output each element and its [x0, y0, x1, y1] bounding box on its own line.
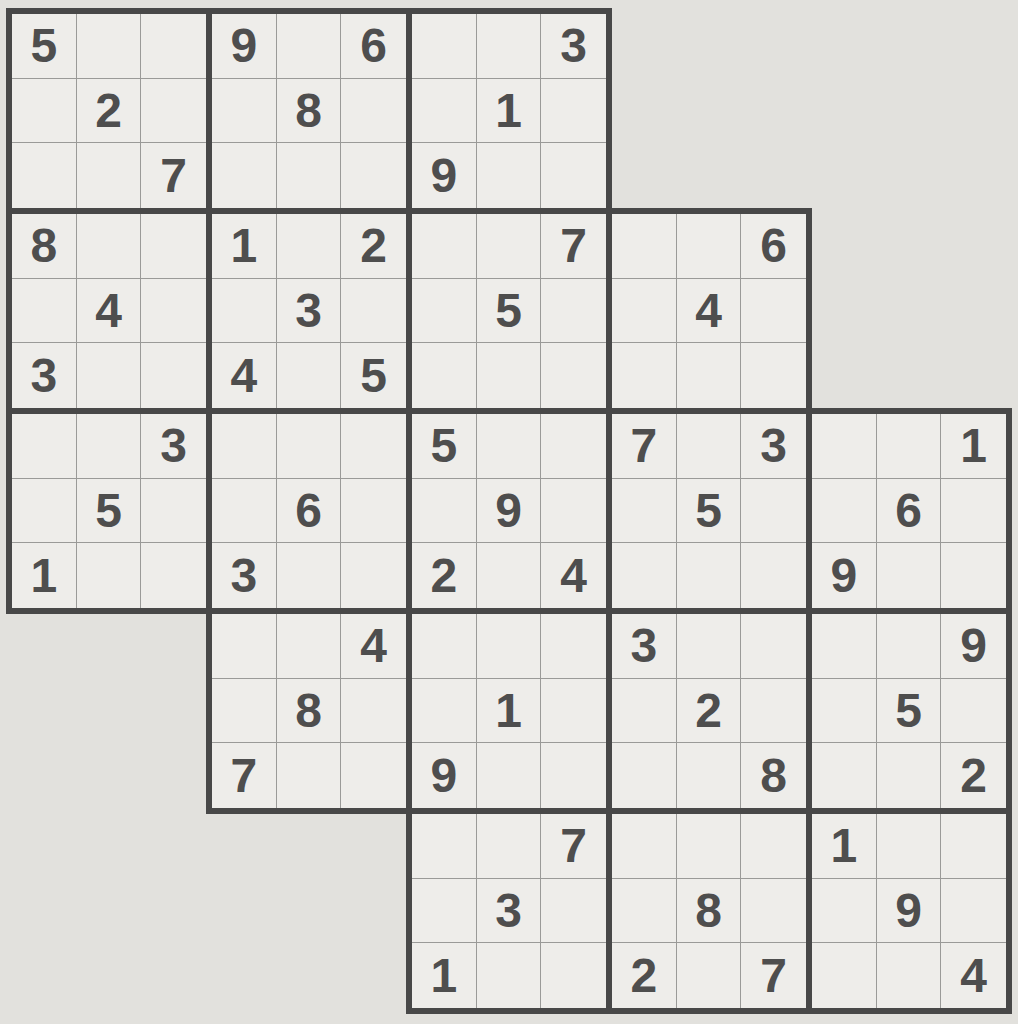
cell-r10c4-given: 8 [277, 679, 342, 744]
cell-r10c10-given: 2 [677, 679, 742, 744]
box-r2c2: 5924 [406, 408, 612, 614]
cell-r6c7[interactable] [477, 414, 542, 479]
cell-r4c6[interactable] [412, 279, 477, 344]
cell-r8c14[interactable] [941, 543, 1006, 608]
cell-r3c7[interactable] [477, 214, 542, 279]
cell-r4c8[interactable] [541, 279, 606, 344]
cell-r3c11-given: 6 [741, 214, 806, 279]
cell-r9c8[interactable] [541, 614, 606, 679]
cell-r1c8[interactable] [541, 79, 606, 144]
cell-r12c12-given: 1 [812, 814, 877, 879]
box-r1c0: 843 [6, 208, 212, 414]
cell-r11c8[interactable] [541, 743, 606, 808]
cell-r6c4[interactable] [277, 414, 342, 479]
cell-r14c12[interactable] [812, 943, 877, 1008]
box-r4c2: 731 [406, 808, 612, 1014]
cell-r2c2-given: 7 [141, 143, 206, 208]
cell-r3c5-given: 2 [341, 214, 406, 279]
cell-r14c14-given: 4 [941, 943, 1006, 1008]
cell-r6c13[interactable] [877, 414, 942, 479]
cell-r10c12[interactable] [812, 679, 877, 744]
cell-r4c5[interactable] [341, 279, 406, 344]
cell-r13c7-given: 3 [477, 879, 542, 944]
cell-r14c9-given: 2 [612, 943, 677, 1008]
cell-r14c11-given: 7 [741, 943, 806, 1008]
cell-r3c3-given: 1 [212, 214, 277, 279]
box-r3c4: 952 [806, 608, 1012, 814]
cell-r11c12[interactable] [812, 743, 877, 808]
cell-r4c11[interactable] [741, 279, 806, 344]
cell-r11c11-given: 8 [741, 743, 806, 808]
box-r0c2: 319 [406, 8, 612, 214]
cell-r10c9[interactable] [612, 679, 677, 744]
cell-r1c0[interactable] [12, 79, 77, 144]
cell-r3c2[interactable] [141, 214, 206, 279]
cell-r10c3[interactable] [212, 679, 277, 744]
cell-r1c1-given: 2 [77, 79, 142, 144]
cell-r7c4-given: 6 [277, 479, 342, 544]
cell-r2c6-given: 9 [412, 143, 477, 208]
box-r4c4: 194 [806, 808, 1012, 1014]
cell-r6c9-given: 7 [612, 414, 677, 479]
cell-r11c10[interactable] [677, 743, 742, 808]
cell-r3c8-given: 7 [541, 214, 606, 279]
cell-r14c6-given: 1 [412, 943, 477, 1008]
cell-r7c7-given: 9 [477, 479, 542, 544]
cell-r13c11[interactable] [741, 879, 806, 944]
cell-r9c14-given: 9 [941, 614, 1006, 679]
cell-r2c4[interactable] [277, 143, 342, 208]
cell-r11c6-given: 9 [412, 743, 477, 808]
cell-r7c0[interactable] [12, 479, 77, 544]
cell-r8c10[interactable] [677, 543, 742, 608]
cell-r4c9[interactable] [612, 279, 677, 344]
box-r0c0: 527 [6, 8, 212, 214]
box-r3c1: 487 [206, 608, 412, 814]
cell-r10c11[interactable] [741, 679, 806, 744]
cell-r4c4-given: 3 [277, 279, 342, 344]
cell-r7c9[interactable] [612, 479, 677, 544]
cell-r0c3-given: 9 [212, 14, 277, 79]
cell-r6c11-given: 3 [741, 414, 806, 479]
cell-r14c8[interactable] [541, 943, 606, 1008]
cell-r1c3[interactable] [212, 79, 277, 144]
cell-r5c10[interactable] [677, 343, 742, 408]
cell-r10c8[interactable] [541, 679, 606, 744]
box-r3c3: 328 [606, 608, 812, 814]
box-r2c0: 351 [6, 408, 212, 614]
cell-r6c2-given: 3 [141, 414, 206, 479]
cell-r5c1[interactable] [77, 343, 142, 408]
cell-r11c7[interactable] [477, 743, 542, 808]
box-r1c3: 64 [606, 208, 812, 414]
cell-r4c2[interactable] [141, 279, 206, 344]
box-r2c4: 169 [806, 408, 1012, 614]
cell-r2c8[interactable] [541, 143, 606, 208]
box-r1c2: 75 [406, 208, 612, 414]
cell-r5c8[interactable] [541, 343, 606, 408]
cell-r13c12[interactable] [812, 879, 877, 944]
box-r1c1: 12345 [206, 208, 412, 414]
cell-r0c5-given: 6 [341, 14, 406, 79]
cell-r13c10-given: 8 [677, 879, 742, 944]
cell-r0c0-given: 5 [12, 14, 77, 79]
cell-r9c6[interactable] [412, 614, 477, 679]
cell-r12c13[interactable] [877, 814, 942, 879]
cell-r11c5[interactable] [341, 743, 406, 808]
cell-r2c0[interactable] [12, 143, 77, 208]
cell-r12c10[interactable] [677, 814, 742, 879]
cell-r13c13-given: 9 [877, 879, 942, 944]
cell-r12c9[interactable] [612, 814, 677, 879]
cell-r5c2[interactable] [141, 343, 206, 408]
cell-r14c13[interactable] [877, 943, 942, 1008]
cell-r0c6[interactable] [412, 14, 477, 79]
cell-r7c3[interactable] [212, 479, 277, 544]
cell-r5c5-given: 5 [341, 343, 406, 408]
cell-r8c9[interactable] [612, 543, 677, 608]
cell-r7c12[interactable] [812, 479, 877, 544]
cell-r10c14[interactable] [941, 679, 1006, 744]
cell-r11c4[interactable] [277, 743, 342, 808]
cell-r3c10[interactable] [677, 214, 742, 279]
cell-r2c7[interactable] [477, 143, 542, 208]
cell-r6c6-given: 5 [412, 414, 477, 479]
cell-r7c2[interactable] [141, 479, 206, 544]
cell-r9c5-given: 4 [341, 614, 406, 679]
cell-r4c1-given: 4 [77, 279, 142, 344]
cell-r9c12[interactable] [812, 614, 877, 679]
cell-r4c0[interactable] [12, 279, 77, 344]
cell-r1c7-given: 1 [477, 79, 542, 144]
cell-r12c11[interactable] [741, 814, 806, 879]
cell-r0c4[interactable] [277, 14, 342, 79]
cell-r8c0-given: 1 [12, 543, 77, 608]
cell-r14c10[interactable] [677, 943, 742, 1008]
cell-r9c13[interactable] [877, 614, 942, 679]
cell-r8c8-given: 4 [541, 543, 606, 608]
cell-r11c3-given: 7 [212, 743, 277, 808]
cell-r7c13-given: 6 [877, 479, 942, 544]
cell-r13c14[interactable] [941, 879, 1006, 944]
box-r2c3: 735 [606, 408, 812, 614]
cell-r3c4[interactable] [277, 214, 342, 279]
cell-r8c7[interactable] [477, 543, 542, 608]
cell-r12c8-given: 7 [541, 814, 606, 879]
cell-r7c8[interactable] [541, 479, 606, 544]
cell-r7c5[interactable] [341, 479, 406, 544]
cell-r8c5[interactable] [341, 543, 406, 608]
cell-r13c6[interactable] [412, 879, 477, 944]
cell-r7c1-given: 5 [77, 479, 142, 544]
cell-r14c7[interactable] [477, 943, 542, 1008]
cell-r6c1[interactable] [77, 414, 142, 479]
box-r4c3: 827 [606, 808, 812, 1014]
cell-r7c10-given: 5 [677, 479, 742, 544]
cell-r1c5[interactable] [341, 79, 406, 144]
cell-r9c7[interactable] [477, 614, 542, 679]
box-r0c1: 968 [206, 8, 412, 214]
cell-r4c10-given: 4 [677, 279, 742, 344]
cell-r10c6[interactable] [412, 679, 477, 744]
cell-r8c1[interactable] [77, 543, 142, 608]
cell-r5c4[interactable] [277, 343, 342, 408]
cell-r1c6[interactable] [412, 79, 477, 144]
cell-r5c3-given: 4 [212, 343, 277, 408]
cell-r9c11[interactable] [741, 614, 806, 679]
cell-r6c10[interactable] [677, 414, 742, 479]
cell-r2c3[interactable] [212, 143, 277, 208]
cell-r6c3[interactable] [212, 414, 277, 479]
cell-r8c12-given: 9 [812, 543, 877, 608]
cell-r6c5[interactable] [341, 414, 406, 479]
cell-r2c1[interactable] [77, 143, 142, 208]
cell-r3c1[interactable] [77, 214, 142, 279]
cell-r5c0-given: 3 [12, 343, 77, 408]
cell-r0c2[interactable] [141, 14, 206, 79]
sudoku-board: 5279683198431234575643516359247351694871… [6, 8, 1012, 1014]
cell-r7c6[interactable] [412, 479, 477, 544]
cell-r7c14[interactable] [941, 479, 1006, 544]
cell-r10c13-given: 5 [877, 679, 942, 744]
cell-r13c8[interactable] [541, 879, 606, 944]
cell-r1c2[interactable] [141, 79, 206, 144]
cell-r8c11[interactable] [741, 543, 806, 608]
cell-r12c7[interactable] [477, 814, 542, 879]
cell-r3c6[interactable] [412, 214, 477, 279]
cell-r5c11[interactable] [741, 343, 806, 408]
cell-r6c0[interactable] [12, 414, 77, 479]
cell-r12c14[interactable] [941, 814, 1006, 879]
cell-r11c9[interactable] [612, 743, 677, 808]
cell-r9c4[interactable] [277, 614, 342, 679]
cell-r11c13[interactable] [877, 743, 942, 808]
cell-r6c12[interactable] [812, 414, 877, 479]
cell-r8c2[interactable] [141, 543, 206, 608]
cell-r3c0-given: 8 [12, 214, 77, 279]
cell-r3c9[interactable] [612, 214, 677, 279]
cell-r5c7[interactable] [477, 343, 542, 408]
cell-r8c13[interactable] [877, 543, 942, 608]
cell-r2c5[interactable] [341, 143, 406, 208]
cell-r9c3[interactable] [212, 614, 277, 679]
cell-r9c10[interactable] [677, 614, 742, 679]
cell-r7c11[interactable] [741, 479, 806, 544]
box-r2c1: 63 [206, 408, 412, 614]
cell-r8c3-given: 3 [212, 543, 277, 608]
cell-r6c8[interactable] [541, 414, 606, 479]
cell-r4c7-given: 5 [477, 279, 542, 344]
cell-r5c6[interactable] [412, 343, 477, 408]
cell-r8c6-given: 2 [412, 543, 477, 608]
cell-r0c1[interactable] [77, 14, 142, 79]
cell-r13c9[interactable] [612, 879, 677, 944]
cell-r12c6[interactable] [412, 814, 477, 879]
cell-r4c3[interactable] [212, 279, 277, 344]
box-r3c2: 19 [406, 608, 612, 814]
cell-r6c14-given: 1 [941, 414, 1006, 479]
cell-r9c9-given: 3 [612, 614, 677, 679]
cell-r10c7-given: 1 [477, 679, 542, 744]
cell-r11c14-given: 2 [941, 743, 1006, 808]
cell-r10c5[interactable] [341, 679, 406, 744]
cell-r0c8-given: 3 [541, 14, 606, 79]
cell-r1c4-given: 8 [277, 79, 342, 144]
cell-r8c4[interactable] [277, 543, 342, 608]
cell-r0c7[interactable] [477, 14, 542, 79]
cell-r5c9[interactable] [612, 343, 677, 408]
